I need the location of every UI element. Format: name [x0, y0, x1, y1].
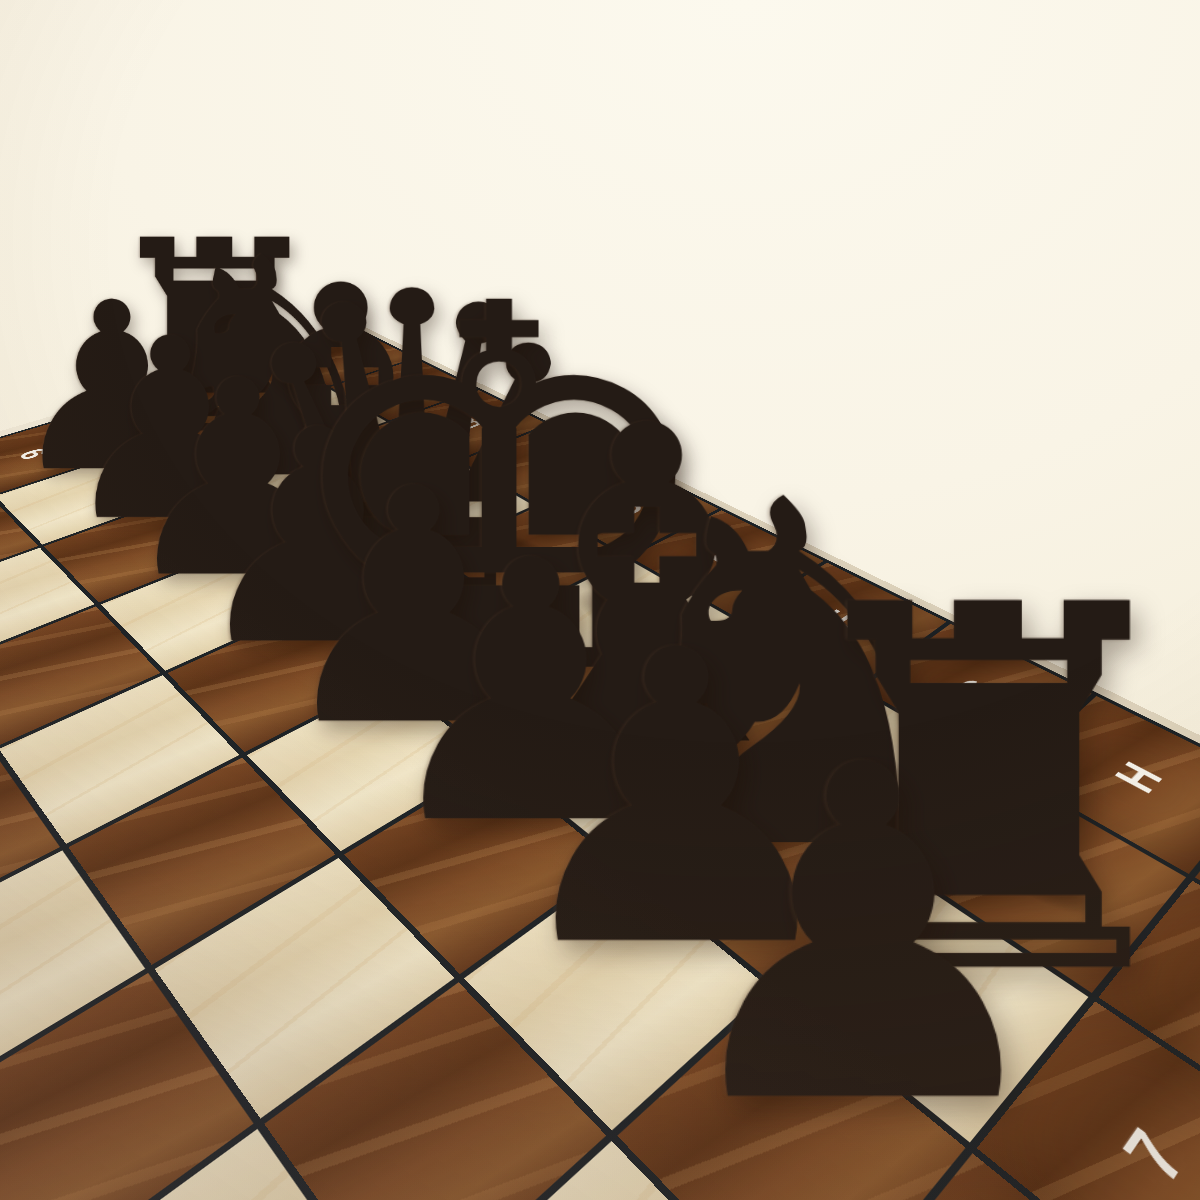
- square-h7[interactable]: ♟: [779, 873, 1089, 1142]
- black-pawn[interactable]: ♟: [657, 706, 1070, 1166]
- perspective-scene: ABCDEFGH8♜♞♝♛♚♝♞♜87♟♟♟♟♟♟♟♟7665544332211…: [0, 0, 1200, 1200]
- chess-board: ABCDEFGH8♜♞♝♛♚♝♞♜87♟♟♟♟♟♟♟♟7665544332211…: [0, 0, 1200, 887]
- photo-stage: ABCDEFGH8♜♞♝♛♚♝♞♜87♟♟♟♟♟♟♟♟7665544332211…: [0, 0, 1200, 1200]
